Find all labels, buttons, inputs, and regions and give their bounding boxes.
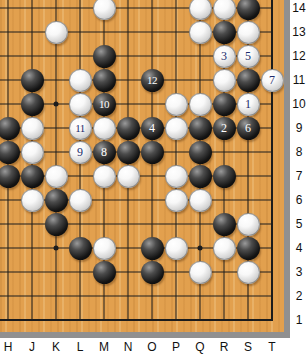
stone-S5 xyxy=(237,213,260,236)
stone-H7 xyxy=(0,165,20,188)
stone-O9: 4 xyxy=(141,117,164,140)
stone-L11 xyxy=(69,69,92,92)
stone-L10 xyxy=(69,93,92,116)
stone-S10: 1 xyxy=(237,93,260,116)
stone-P4 xyxy=(165,237,188,260)
stone-L6 xyxy=(69,189,92,212)
move-number: 8 xyxy=(101,146,107,158)
stone-Q7 xyxy=(189,165,212,188)
column-label-Q: Q xyxy=(188,338,212,356)
stone-J10 xyxy=(21,93,44,116)
column-label-H: H xyxy=(0,338,20,356)
row-label-9: 9 xyxy=(290,116,308,140)
stone-O11: 12 xyxy=(141,69,164,92)
row-label-14: 14 xyxy=(290,0,308,20)
row-label-8: 8 xyxy=(290,140,308,164)
column-label-K: K xyxy=(44,338,68,356)
stone-J7 xyxy=(21,165,44,188)
row-label-1: 1 xyxy=(290,308,308,332)
stone-Q9 xyxy=(189,117,212,140)
column-label-R: R xyxy=(212,338,236,356)
row-labels: 1413121110987654321 xyxy=(290,0,308,338)
move-number: 10 xyxy=(99,99,109,110)
row-label-12: 12 xyxy=(290,44,308,68)
stone-M11 xyxy=(93,69,116,92)
stone-K13 xyxy=(45,21,68,44)
stone-P9 xyxy=(165,117,188,140)
column-label-O: O xyxy=(140,338,164,356)
row-label-10: 10 xyxy=(290,92,308,116)
stone-J11 xyxy=(21,69,44,92)
stone-M14 xyxy=(93,0,116,20)
stone-S3 xyxy=(237,261,260,284)
row-label-13: 13 xyxy=(290,20,308,44)
stone-H9 xyxy=(0,117,20,140)
stone-Q3 xyxy=(189,261,212,284)
stone-Q10 xyxy=(189,93,212,116)
move-number: 3 xyxy=(221,50,227,62)
move-number: 7 xyxy=(269,74,275,86)
column-label-J: J xyxy=(20,338,44,356)
star-point-K10 xyxy=(54,102,59,107)
stone-R13 xyxy=(213,21,236,44)
column-label-P: P xyxy=(164,338,188,356)
go-board[interactable]: 351271011142698 xyxy=(0,0,290,338)
stone-L8: 9 xyxy=(69,141,92,164)
star-point-K4 xyxy=(54,246,59,251)
stone-K6 xyxy=(45,189,68,212)
stone-N8 xyxy=(117,141,140,164)
move-number: 4 xyxy=(149,122,155,134)
stone-R14 xyxy=(213,0,236,20)
stone-O8 xyxy=(141,141,164,164)
go-diagram: 351271011142698 1413121110987654321 HJKL… xyxy=(0,0,308,356)
stone-J6 xyxy=(21,189,44,212)
stone-M10: 10 xyxy=(93,93,116,116)
star-point-Q4 xyxy=(198,246,203,251)
stone-K5 xyxy=(45,213,68,236)
stone-R12: 3 xyxy=(213,45,236,68)
stone-P7 xyxy=(165,165,188,188)
row-label-4: 4 xyxy=(290,236,308,260)
stone-T11: 7 xyxy=(261,69,284,92)
stone-S12: 5 xyxy=(237,45,260,68)
stone-Q8 xyxy=(189,141,212,164)
stone-M4 xyxy=(93,237,116,260)
stone-M3 xyxy=(93,261,116,284)
move-number: 9 xyxy=(77,146,83,158)
column-label-L: L xyxy=(68,338,92,356)
stone-S11 xyxy=(237,69,260,92)
stone-Q6 xyxy=(189,189,212,212)
stone-P10 xyxy=(165,93,188,116)
stone-M12 xyxy=(93,45,116,68)
stone-S14 xyxy=(237,0,260,20)
row-label-3: 3 xyxy=(290,260,308,284)
move-number: 6 xyxy=(245,122,251,134)
stone-S4 xyxy=(237,237,260,260)
stone-M8: 8 xyxy=(93,141,116,164)
stone-J9 xyxy=(21,117,44,140)
move-number: 5 xyxy=(245,50,251,62)
row-label-5: 5 xyxy=(290,212,308,236)
column-label-N: N xyxy=(116,338,140,356)
row-label-11: 11 xyxy=(290,68,308,92)
stone-M9 xyxy=(93,117,116,140)
stone-S13 xyxy=(237,21,260,44)
stone-R4 xyxy=(213,237,236,260)
stone-R7 xyxy=(213,165,236,188)
move-number: 2 xyxy=(221,122,227,134)
column-label-M: M xyxy=(92,338,116,356)
stone-K7 xyxy=(45,165,68,188)
move-number: 1 xyxy=(245,98,251,110)
stone-Q13 xyxy=(189,21,212,44)
stone-S9: 6 xyxy=(237,117,260,140)
stone-N7 xyxy=(117,165,140,188)
stone-Q14 xyxy=(189,0,212,20)
row-label-7: 7 xyxy=(290,164,308,188)
column-labels: HJKLMNOPQRST xyxy=(0,338,308,356)
stone-L4 xyxy=(69,237,92,260)
column-label-S: S xyxy=(236,338,260,356)
stone-O3 xyxy=(141,261,164,284)
row-label-6: 6 xyxy=(290,188,308,212)
stone-J8 xyxy=(21,141,44,164)
stone-R5 xyxy=(213,213,236,236)
stone-L9: 11 xyxy=(69,117,92,140)
column-label-T: T xyxy=(260,338,284,356)
move-number: 11 xyxy=(75,123,85,134)
stone-O4 xyxy=(141,237,164,260)
row-label-2: 2 xyxy=(290,284,308,308)
stone-M7 xyxy=(93,165,116,188)
stone-R9: 2 xyxy=(213,117,236,140)
stone-N9 xyxy=(117,117,140,140)
stone-H8 xyxy=(0,141,20,164)
move-number: 12 xyxy=(147,75,157,86)
stone-P6 xyxy=(165,189,188,212)
stone-R11 xyxy=(213,69,236,92)
stone-R10 xyxy=(213,93,236,116)
